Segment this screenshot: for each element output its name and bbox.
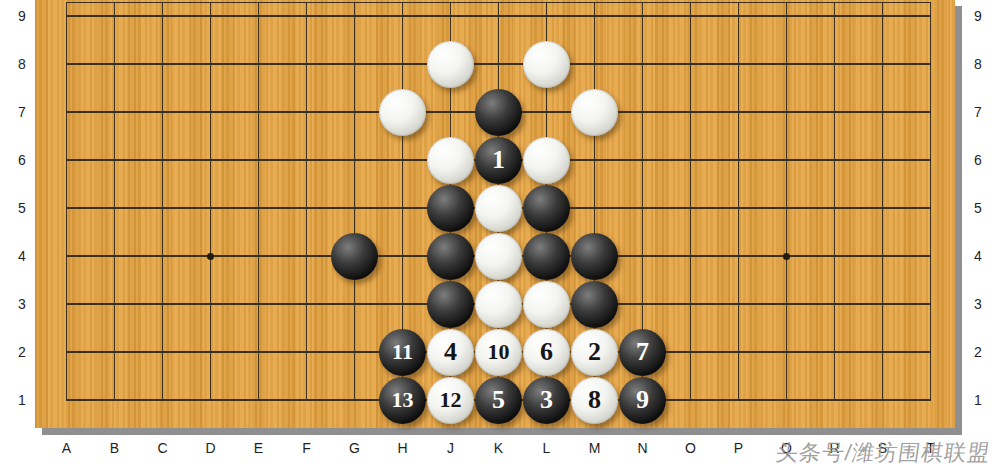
row-label-left: 4 (9, 248, 35, 264)
stone-white: 4 (427, 329, 474, 376)
row-label-right: 9 (965, 8, 991, 24)
grid-line-vertical (786, 2, 788, 401)
stone-white: 2 (571, 329, 618, 376)
grid-line-vertical (930, 2, 932, 401)
column-label: K (484, 440, 514, 456)
stone-move-number: 13 (392, 389, 414, 411)
column-label: G (340, 440, 370, 456)
row-label-right: 7 (965, 104, 991, 120)
stone-black (331, 233, 378, 280)
stone-move-number: 7 (636, 339, 649, 365)
grid-line-horizontal (66, 63, 932, 65)
stone-white (523, 41, 570, 88)
star-point (783, 253, 790, 260)
stone-white (475, 185, 522, 232)
grid-line-vertical (210, 2, 212, 401)
grid-line-vertical (114, 2, 116, 401)
stone-black: 9 (619, 377, 666, 424)
column-label: H (388, 440, 418, 456)
stone-white: 6 (523, 329, 570, 376)
stone-white: 12 (427, 377, 474, 424)
go-diagram: 头条号/潍坊围棋联盟 11141062713125389ABCDEFGHJKLM… (0, 0, 1000, 470)
grid-line-vertical (306, 2, 308, 401)
column-label: L (532, 440, 562, 456)
stone-white (427, 137, 474, 184)
grid-line-crop-edge (66, 2, 932, 4)
row-label-left: 7 (9, 104, 35, 120)
stone-white (475, 281, 522, 328)
stone-black (475, 89, 522, 136)
column-label: J (436, 440, 466, 456)
row-label-left: 6 (9, 152, 35, 168)
stone-black (427, 233, 474, 280)
row-label-left: 8 (9, 56, 35, 72)
stone-move-number: 5 (492, 387, 505, 413)
grid-line-vertical (162, 2, 164, 401)
grid-line-vertical (834, 2, 836, 401)
grid-line-vertical (738, 2, 740, 401)
row-label-right: 2 (965, 344, 991, 360)
stone-white: 10 (475, 329, 522, 376)
grid-line-vertical (882, 2, 884, 401)
stone-black: 11 (379, 329, 426, 376)
stone-white: 8 (571, 377, 618, 424)
stone-move-number: 12 (440, 389, 462, 411)
grid-line-vertical (690, 2, 692, 401)
stone-black (427, 281, 474, 328)
stone-move-number: 3 (540, 387, 553, 413)
stone-black: 1 (475, 137, 522, 184)
column-label: C (148, 440, 178, 456)
stone-white (379, 89, 426, 136)
row-label-left: 9 (9, 8, 35, 24)
stone-black: 13 (379, 377, 426, 424)
row-label-left: 1 (9, 392, 35, 408)
stone-white (571, 89, 618, 136)
stone-black (523, 233, 570, 280)
column-label: P (724, 440, 754, 456)
stone-black: 7 (619, 329, 666, 376)
row-label-left: 5 (9, 200, 35, 216)
star-point (207, 253, 214, 260)
row-label-right: 4 (965, 248, 991, 264)
row-label-left: 2 (9, 344, 35, 360)
stone-black (523, 185, 570, 232)
column-label: A (52, 440, 82, 456)
column-label: D (196, 440, 226, 456)
column-label: F (292, 440, 322, 456)
grid-line-horizontal (66, 15, 932, 17)
column-label: M (580, 440, 610, 456)
stone-white (523, 281, 570, 328)
row-label-right: 8 (965, 56, 991, 72)
column-label: E (244, 440, 274, 456)
stone-move-number: 6 (540, 339, 553, 365)
stone-white (427, 41, 474, 88)
column-label: N (628, 440, 658, 456)
stone-move-number: 1 (492, 147, 505, 173)
grid-line-vertical (66, 2, 68, 401)
column-label: O (676, 440, 706, 456)
watermark-text: 头条号/潍坊围棋联盟 (774, 438, 992, 468)
stone-move-number: 4 (444, 339, 457, 365)
stone-white (475, 233, 522, 280)
stone-move-number: 9 (636, 387, 649, 413)
row-label-right: 5 (965, 200, 991, 216)
grid-line-vertical (258, 2, 260, 401)
stone-move-number: 8 (588, 387, 601, 413)
row-label-right: 1 (965, 392, 991, 408)
stone-black (571, 281, 618, 328)
stone-black: 3 (523, 377, 570, 424)
stone-move-number: 11 (392, 341, 413, 363)
row-label-right: 3 (965, 296, 991, 312)
row-label-right: 6 (965, 152, 991, 168)
stone-move-number: 2 (588, 339, 601, 365)
stone-black (427, 185, 474, 232)
column-label: B (100, 440, 130, 456)
grid-line-vertical (354, 2, 356, 401)
row-label-left: 3 (9, 296, 35, 312)
stone-black (571, 233, 618, 280)
stone-move-number: 10 (488, 341, 510, 363)
stone-white (523, 137, 570, 184)
stone-black: 5 (475, 377, 522, 424)
